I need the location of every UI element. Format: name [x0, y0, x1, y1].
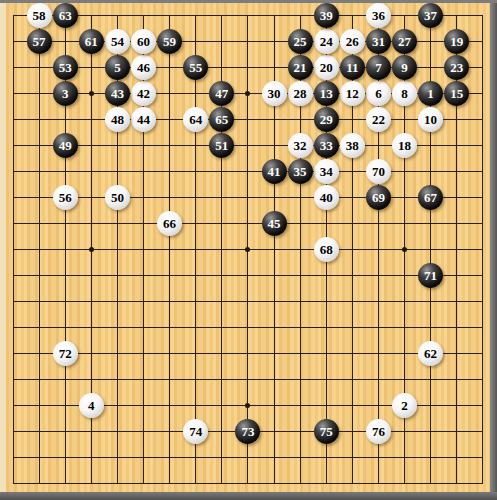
stone-move-number: 44 — [137, 113, 150, 126]
grid-line-horizontal — [13, 353, 484, 354]
stone-white-12[interactable]: 12 — [340, 81, 365, 106]
stone-black-5[interactable]: 5 — [105, 55, 130, 80]
stone-move-number: 57 — [33, 35, 46, 48]
stone-move-number: 34 — [320, 165, 333, 178]
stone-move-number: 5 — [114, 61, 121, 74]
star-point — [245, 247, 250, 252]
stone-move-number: 59 — [163, 35, 176, 48]
stone-white-64[interactable]: 64 — [183, 107, 208, 132]
stone-white-36[interactable]: 36 — [366, 3, 391, 28]
stone-white-32[interactable]: 32 — [288, 133, 313, 158]
stone-black-65[interactable]: 65 — [209, 107, 234, 132]
stone-move-number: 72 — [59, 347, 72, 360]
stone-black-1[interactable]: 1 — [418, 81, 443, 106]
stone-move-number: 13 — [320, 87, 333, 100]
grid-line-horizontal — [13, 457, 484, 458]
star-point — [89, 91, 94, 96]
star-point — [245, 91, 250, 96]
stone-white-70[interactable]: 70 — [366, 159, 391, 184]
stone-move-number: 28 — [294, 87, 307, 100]
stone-move-number: 64 — [189, 113, 202, 126]
stone-black-53[interactable]: 53 — [53, 55, 78, 80]
stone-move-number: 7 — [375, 61, 382, 74]
stone-black-75[interactable]: 75 — [314, 419, 339, 444]
stone-white-24[interactable]: 24 — [314, 29, 339, 54]
stone-white-62[interactable]: 62 — [418, 341, 443, 366]
stone-white-48[interactable]: 48 — [105, 107, 130, 132]
stone-move-number: 21 — [294, 61, 307, 74]
stone-black-51[interactable]: 51 — [209, 133, 234, 158]
stone-white-44[interactable]: 44 — [131, 107, 156, 132]
stone-move-number: 39 — [320, 9, 333, 22]
stone-move-number: 76 — [372, 425, 385, 438]
stone-move-number: 56 — [59, 191, 72, 204]
stone-move-number: 27 — [398, 35, 411, 48]
stone-move-number: 3 — [62, 87, 69, 100]
board-frame-bottom — [0, 492, 497, 500]
stone-move-number: 60 — [137, 35, 150, 48]
stone-move-number: 58 — [33, 9, 46, 22]
grid-line-vertical — [482, 15, 483, 484]
star-point — [89, 247, 94, 252]
stone-move-number: 22 — [372, 113, 385, 126]
stone-move-number: 55 — [189, 61, 202, 74]
stone-move-number: 25 — [294, 35, 307, 48]
stone-move-number: 33 — [320, 139, 333, 152]
stone-white-38[interactable]: 38 — [340, 133, 365, 158]
stone-white-2[interactable]: 2 — [392, 393, 417, 418]
stone-move-number: 36 — [372, 9, 385, 22]
board-frame-left — [0, 3, 6, 500]
stone-black-47[interactable]: 47 — [209, 81, 234, 106]
stone-white-66[interactable]: 66 — [157, 211, 182, 236]
stone-black-71[interactable]: 71 — [418, 263, 443, 288]
stone-white-54[interactable]: 54 — [105, 29, 130, 54]
stone-move-number: 62 — [424, 347, 437, 360]
grid-line-horizontal — [13, 275, 484, 276]
stone-move-number: 49 — [59, 139, 72, 152]
stone-white-22[interactable]: 22 — [366, 107, 391, 132]
stone-move-number: 46 — [137, 61, 150, 74]
stone-move-number: 47 — [215, 87, 228, 100]
stone-white-68[interactable]: 68 — [314, 237, 339, 262]
stone-move-number: 26 — [346, 35, 359, 48]
stone-black-39[interactable]: 39 — [314, 3, 339, 28]
stone-move-number: 38 — [346, 139, 359, 152]
stone-move-number: 1 — [427, 87, 434, 100]
stone-move-number: 67 — [424, 191, 437, 204]
stone-white-74[interactable]: 74 — [183, 419, 208, 444]
stone-move-number: 29 — [320, 113, 333, 126]
stone-black-35[interactable]: 35 — [288, 159, 313, 184]
stone-black-33[interactable]: 33 — [314, 133, 339, 158]
stone-move-number: 8 — [401, 87, 408, 100]
stone-move-number: 9 — [401, 61, 408, 74]
stone-move-number: 69 — [372, 191, 385, 204]
stone-move-number: 24 — [320, 35, 333, 48]
stone-move-number: 66 — [163, 217, 176, 230]
stone-move-number: 15 — [450, 87, 463, 100]
stone-black-43[interactable]: 43 — [105, 81, 130, 106]
grid-line-horizontal — [13, 327, 484, 328]
stone-black-15[interactable]: 15 — [444, 81, 469, 106]
stone-move-number: 35 — [294, 165, 307, 178]
stone-black-23[interactable]: 23 — [444, 55, 469, 80]
stone-black-29[interactable]: 29 — [314, 107, 339, 132]
stone-move-number: 30 — [268, 87, 281, 100]
stone-black-9[interactable]: 9 — [392, 55, 417, 80]
grid-line-horizontal — [13, 301, 484, 302]
board-frame-right — [490, 3, 497, 500]
stone-move-number: 18 — [398, 139, 411, 152]
stone-move-number: 40 — [320, 191, 333, 204]
stone-move-number: 19 — [450, 35, 463, 48]
stone-black-55[interactable]: 55 — [183, 55, 208, 80]
stone-white-40[interactable]: 40 — [314, 185, 339, 210]
stone-move-number: 73 — [241, 425, 254, 438]
stone-move-number: 42 — [137, 87, 150, 100]
stone-white-50[interactable]: 50 — [105, 185, 130, 210]
stone-move-number: 23 — [450, 61, 463, 74]
stone-black-3[interactable]: 3 — [53, 81, 78, 106]
stone-move-number: 41 — [268, 165, 281, 178]
stone-move-number: 32 — [294, 139, 307, 152]
stone-black-67[interactable]: 67 — [418, 185, 443, 210]
go-board[interactable]: 1234567891011121315181920212223242526272… — [0, 0, 497, 500]
stone-black-59[interactable]: 59 — [157, 29, 182, 54]
stone-white-46[interactable]: 46 — [131, 55, 156, 80]
stone-black-19[interactable]: 19 — [444, 29, 469, 54]
stone-black-21[interactable]: 21 — [288, 55, 313, 80]
stone-move-number: 61 — [85, 35, 98, 48]
stone-black-57[interactable]: 57 — [27, 29, 52, 54]
stone-white-42[interactable]: 42 — [131, 81, 156, 106]
stone-black-73[interactable]: 73 — [235, 419, 260, 444]
stone-white-56[interactable]: 56 — [53, 185, 78, 210]
board-layer: 1234567891011121315181920212223242526272… — [0, 0, 497, 500]
stone-black-45[interactable]: 45 — [262, 211, 287, 236]
star-point — [402, 247, 407, 252]
stone-black-13[interactable]: 13 — [314, 81, 339, 106]
stone-move-number: 51 — [215, 139, 228, 152]
stone-move-number: 12 — [346, 87, 359, 100]
stone-black-7[interactable]: 7 — [366, 55, 391, 80]
stone-white-30[interactable]: 30 — [262, 81, 287, 106]
stone-white-10[interactable]: 10 — [418, 107, 443, 132]
stone-move-number: 45 — [268, 217, 281, 230]
stone-move-number: 20 — [320, 61, 333, 74]
stone-black-49[interactable]: 49 — [53, 133, 78, 158]
stone-move-number: 10 — [424, 113, 437, 126]
stone-move-number: 75 — [320, 425, 333, 438]
stone-move-number: 48 — [111, 113, 124, 126]
stone-black-41[interactable]: 41 — [262, 159, 287, 184]
stone-black-63[interactable]: 63 — [53, 3, 78, 28]
stone-white-34[interactable]: 34 — [314, 159, 339, 184]
stone-white-28[interactable]: 28 — [288, 81, 313, 106]
stone-white-6[interactable]: 6 — [366, 81, 391, 106]
stone-move-number: 43 — [111, 87, 124, 100]
stone-move-number: 68 — [320, 243, 333, 256]
stone-black-37[interactable]: 37 — [418, 3, 443, 28]
stone-move-number: 54 — [111, 35, 124, 48]
stone-white-26[interactable]: 26 — [340, 29, 365, 54]
stone-black-69[interactable]: 69 — [366, 185, 391, 210]
stone-move-number: 70 — [372, 165, 385, 178]
board-frame-top — [0, 0, 497, 3]
stone-black-11[interactable]: 11 — [340, 55, 365, 80]
stone-white-20[interactable]: 20 — [314, 55, 339, 80]
stone-move-number: 53 — [59, 61, 72, 74]
stone-white-8[interactable]: 8 — [392, 81, 417, 106]
stone-black-27[interactable]: 27 — [392, 29, 417, 54]
stone-move-number: 50 — [111, 191, 124, 204]
stone-move-number: 11 — [346, 61, 358, 74]
stone-white-72[interactable]: 72 — [53, 341, 78, 366]
stone-white-58[interactable]: 58 — [27, 3, 52, 28]
stone-white-60[interactable]: 60 — [131, 29, 156, 54]
stone-white-4[interactable]: 4 — [79, 393, 104, 418]
stone-white-76[interactable]: 76 — [366, 419, 391, 444]
stone-move-number: 65 — [215, 113, 228, 126]
grid-line-horizontal — [13, 483, 484, 484]
stone-white-18[interactable]: 18 — [392, 133, 417, 158]
star-point — [245, 403, 250, 408]
stone-move-number: 31 — [372, 35, 385, 48]
stone-move-number: 63 — [59, 9, 72, 22]
stone-move-number: 6 — [375, 87, 382, 100]
stone-black-61[interactable]: 61 — [79, 29, 104, 54]
stone-move-number: 37 — [424, 9, 437, 22]
stone-move-number: 4 — [88, 399, 95, 412]
grid-line-horizontal — [13, 379, 484, 380]
stone-move-number: 71 — [424, 269, 437, 282]
stone-move-number: 74 — [189, 425, 202, 438]
stone-move-number: 2 — [401, 399, 408, 412]
stone-black-25[interactable]: 25 — [288, 29, 313, 54]
stone-black-31[interactable]: 31 — [366, 29, 391, 54]
